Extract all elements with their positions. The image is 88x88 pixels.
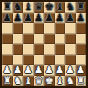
square-c1[interactable]: ♝: [23, 76, 34, 87]
square-d3[interactable]: [34, 55, 45, 66]
piece-white-knight[interactable]: ♞: [66, 76, 75, 86]
square-a5[interactable]: [2, 34, 13, 45]
square-f7[interactable]: ♟: [55, 13, 66, 24]
square-e7[interactable]: ♟: [44, 13, 55, 24]
square-e4[interactable]: [44, 44, 55, 55]
square-h2[interactable]: ♟: [76, 65, 87, 76]
piece-black-bishop[interactable]: ♝: [55, 2, 64, 12]
square-f6[interactable]: [55, 23, 66, 34]
piece-white-queen[interactable]: ♛: [34, 76, 43, 86]
square-c4[interactable]: [23, 44, 34, 55]
piece-black-queen[interactable]: ♛: [34, 2, 43, 12]
piece-white-rook[interactable]: ♜: [3, 76, 12, 86]
square-b5[interactable]: [13, 34, 24, 45]
square-h4[interactable]: [76, 44, 87, 55]
piece-white-king[interactable]: ♚: [45, 76, 54, 86]
square-a1[interactable]: ♜: [2, 76, 13, 87]
square-g3[interactable]: [65, 55, 76, 66]
piece-white-pawn[interactable]: ♟: [55, 65, 64, 75]
square-c7[interactable]: ♟: [23, 13, 34, 24]
piece-black-rook[interactable]: ♜: [3, 2, 12, 12]
piece-black-pawn[interactable]: ♟: [76, 13, 85, 23]
piece-black-pawn[interactable]: ♟: [55, 13, 64, 23]
square-h8[interactable]: ♜: [76, 2, 87, 13]
square-d8[interactable]: ♛: [34, 2, 45, 13]
square-h3[interactable]: [76, 55, 87, 66]
square-d2[interactable]: ♟: [34, 65, 45, 76]
piece-black-pawn[interactable]: ♟: [34, 13, 43, 23]
square-d6[interactable]: [34, 23, 45, 34]
square-c6[interactable]: [23, 23, 34, 34]
square-h6[interactable]: [76, 23, 87, 34]
square-f2[interactable]: ♟: [55, 65, 66, 76]
piece-white-pawn[interactable]: ♟: [24, 65, 33, 75]
square-e6[interactable]: [44, 23, 55, 34]
square-f5[interactable]: [55, 34, 66, 45]
square-b2[interactable]: ♟: [13, 65, 24, 76]
piece-black-pawn[interactable]: ♟: [45, 13, 54, 23]
square-a2[interactable]: ♟: [2, 65, 13, 76]
square-h5[interactable]: [76, 34, 87, 45]
square-e8[interactable]: ♚: [44, 2, 55, 13]
piece-white-pawn[interactable]: ♟: [13, 65, 22, 75]
piece-black-king[interactable]: ♚: [45, 2, 54, 12]
square-g1[interactable]: ♞: [65, 76, 76, 87]
square-g6[interactable]: [65, 23, 76, 34]
square-h1[interactable]: ♜: [76, 76, 87, 87]
square-h7[interactable]: ♟: [76, 13, 87, 24]
piece-white-rook[interactable]: ♜: [76, 76, 85, 86]
piece-black-pawn[interactable]: ♟: [24, 13, 33, 23]
piece-white-bishop[interactable]: ♝: [24, 76, 33, 86]
square-g2[interactable]: ♟: [65, 65, 76, 76]
square-a4[interactable]: [2, 44, 13, 55]
chess-board: ♜♞♝♛♚♝♞♜♟♟♟♟♟♟♟♟♟♟♟♟♟♟♟♟♜♞♝♛♚♝♞♜: [0, 0, 88, 88]
square-b4[interactable]: [13, 44, 24, 55]
piece-black-pawn[interactable]: ♟: [13, 13, 22, 23]
piece-black-pawn[interactable]: ♟: [3, 13, 12, 23]
square-a7[interactable]: ♟: [2, 13, 13, 24]
square-g5[interactable]: [65, 34, 76, 45]
piece-white-knight[interactable]: ♞: [13, 76, 22, 86]
square-b3[interactable]: [13, 55, 24, 66]
square-g4[interactable]: [65, 44, 76, 55]
chess-app-window: ♜♞♝♛♚♝♞♜♟♟♟♟♟♟♟♟♟♟♟♟♟♟♟♟♜♞♝♛♚♝♞♜: [0, 0, 88, 88]
square-c8[interactable]: ♝: [23, 2, 34, 13]
piece-white-pawn[interactable]: ♟: [76, 65, 85, 75]
square-g7[interactable]: ♟: [65, 13, 76, 24]
square-d1[interactable]: ♛: [34, 76, 45, 87]
square-e5[interactable]: [44, 34, 55, 45]
piece-white-pawn[interactable]: ♟: [34, 65, 43, 75]
square-f8[interactable]: ♝: [55, 2, 66, 13]
square-b1[interactable]: ♞: [13, 76, 24, 87]
square-d4[interactable]: [34, 44, 45, 55]
square-f4[interactable]: [55, 44, 66, 55]
square-c2[interactable]: ♟: [23, 65, 34, 76]
square-d7[interactable]: ♟: [34, 13, 45, 24]
square-g8[interactable]: ♞: [65, 2, 76, 13]
piece-black-knight[interactable]: ♞: [13, 2, 22, 12]
square-b8[interactable]: ♞: [13, 2, 24, 13]
piece-black-pawn[interactable]: ♟: [66, 13, 75, 23]
square-a8[interactable]: ♜: [2, 2, 13, 13]
piece-white-pawn[interactable]: ♟: [3, 65, 12, 75]
piece-white-pawn[interactable]: ♟: [66, 65, 75, 75]
piece-black-bishop[interactable]: ♝: [24, 2, 33, 12]
square-e1[interactable]: ♚: [44, 76, 55, 87]
square-f1[interactable]: ♝: [55, 76, 66, 87]
square-d5[interactable]: [34, 34, 45, 45]
square-a3[interactable]: [2, 55, 13, 66]
piece-black-rook[interactable]: ♜: [76, 2, 85, 12]
square-b6[interactable]: [13, 23, 24, 34]
piece-white-bishop[interactable]: ♝: [55, 76, 64, 86]
square-a6[interactable]: [2, 23, 13, 34]
piece-white-pawn[interactable]: ♟: [45, 65, 54, 75]
square-f3[interactable]: [55, 55, 66, 66]
square-c3[interactable]: [23, 55, 34, 66]
square-e2[interactable]: ♟: [44, 65, 55, 76]
square-c5[interactable]: [23, 34, 34, 45]
piece-black-knight[interactable]: ♞: [66, 2, 75, 12]
square-e3[interactable]: [44, 55, 55, 66]
square-b7[interactable]: ♟: [13, 13, 24, 24]
